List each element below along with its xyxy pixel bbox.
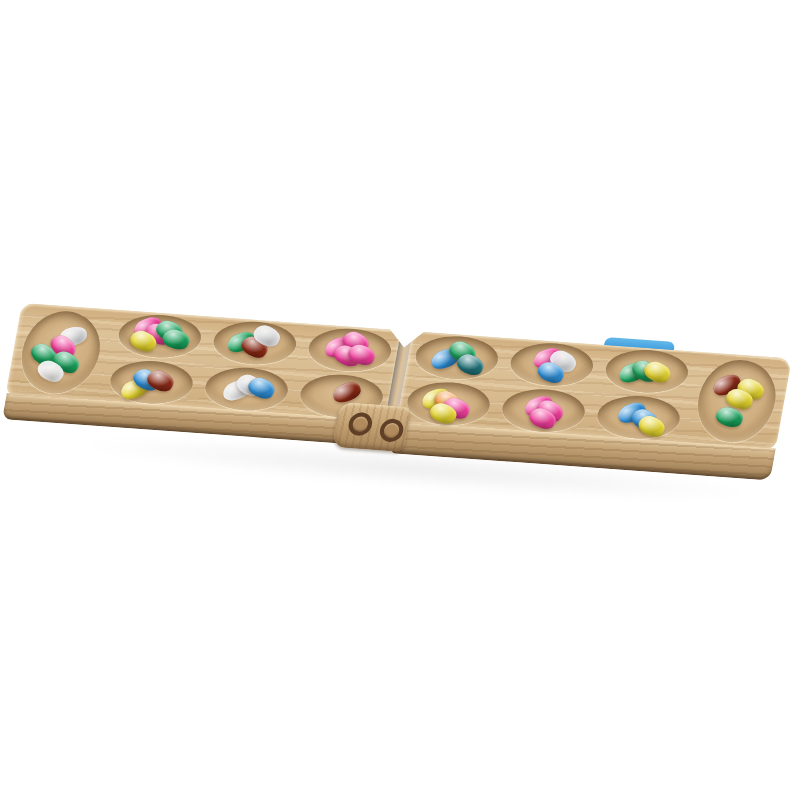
cell-back-6 — [595, 345, 698, 398]
pit-back-3[interactable] — [305, 326, 395, 374]
store-cell-right — [681, 352, 792, 451]
cell-front-2 — [194, 363, 297, 416]
pit-back-4[interactable] — [412, 334, 502, 382]
pit-back-5[interactable] — [507, 340, 597, 388]
pit-front-5[interactable] — [498, 386, 588, 434]
pit-front-1[interactable] — [106, 358, 196, 406]
hinge-pin-left — [347, 412, 374, 437]
pit-front-4[interactable] — [403, 380, 493, 428]
store-pit-right — [694, 360, 780, 442]
cell-back-3 — [298, 323, 401, 376]
cell-front-4 — [396, 377, 499, 430]
cell-front-5 — [491, 384, 594, 437]
pit-back-6[interactable] — [602, 347, 692, 395]
cell-front-6 — [586, 391, 689, 444]
cell-back-1 — [108, 310, 211, 363]
hinge-pin-right — [378, 418, 405, 443]
photo-background — [0, 0, 800, 800]
pit-front-6[interactable] — [593, 393, 683, 441]
cell-back-5 — [500, 338, 603, 391]
cell-front-1 — [99, 356, 202, 409]
pit-back-2[interactable] — [210, 319, 300, 367]
hinge-block — [331, 402, 411, 452]
pit-front-2[interactable] — [201, 365, 291, 413]
cell-back-2 — [203, 317, 306, 370]
store-cell-left — [5, 303, 116, 402]
stone-darkred — [331, 379, 362, 406]
store-pit-left — [11, 304, 111, 401]
pit-back-1[interactable] — [115, 312, 205, 360]
cell-back-4 — [405, 331, 508, 384]
